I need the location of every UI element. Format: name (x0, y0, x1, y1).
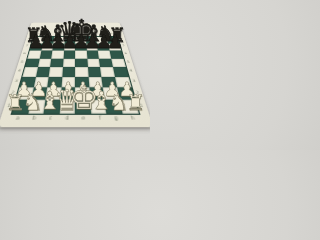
square-e7 (76, 43, 87, 50)
file-label-top-h: h (107, 33, 118, 36)
file-labels-bottom: abcdefgh (8, 115, 143, 125)
chess-set-photo: { "game": "chess", "position": "rnbqkbnr… (0, 0, 150, 150)
file-label-c: c (42, 115, 60, 125)
rank-label-right-3: 3 (130, 77, 141, 88)
file-label-top-b: b (44, 33, 55, 36)
square-c5 (50, 58, 63, 67)
square-c3 (48, 77, 63, 88)
square-e3 (76, 77, 90, 88)
square-e1 (76, 99, 92, 113)
square-d1 (60, 99, 76, 113)
vinyl-board-mat: abcdefgh abcdefgh 87654321 87654321 (0, 22, 150, 126)
square-d6 (64, 50, 76, 58)
file-label-b: b (25, 115, 43, 125)
square-c8 (54, 37, 65, 44)
file-label-top-d: d (65, 33, 76, 36)
file-label-top-c: c (54, 33, 65, 36)
file-label-top-f: f (86, 33, 97, 36)
square-c2 (46, 87, 62, 99)
square-e4 (76, 67, 89, 77)
file-label-h: h (124, 115, 143, 125)
file-label-d: d (59, 115, 76, 125)
rank-label-right-6: 6 (122, 50, 131, 58)
square-c1 (44, 99, 61, 113)
file-label-e: e (76, 115, 93, 125)
square-d4 (62, 67, 75, 77)
square-d7 (64, 43, 75, 50)
square-d5 (63, 58, 76, 67)
square-e2 (76, 87, 91, 99)
file-label-top-e: e (76, 33, 87, 36)
rank-label-right-8: 8 (118, 36, 126, 43)
rank-label-right-5: 5 (124, 58, 134, 67)
rank-label-right-7: 7 (120, 43, 128, 50)
square-d2 (61, 87, 76, 99)
rank-label-right-4: 4 (127, 67, 137, 77)
square-e6 (76, 50, 88, 58)
square-d8 (65, 37, 76, 44)
square-c7 (53, 43, 65, 50)
file-label-f: f (92, 115, 110, 125)
rank-label-right-1: 1 (136, 100, 149, 114)
square-c4 (49, 67, 63, 77)
square-c6 (52, 50, 65, 58)
board-scene: abcdefgh abcdefgh 87654321 87654321 (24, 16, 127, 119)
rank-label-right-2: 2 (133, 88, 145, 100)
file-labels-top: abcdefgh (33, 33, 118, 36)
square-e5 (76, 58, 89, 67)
square-d3 (62, 77, 76, 88)
square-e8 (76, 37, 87, 44)
